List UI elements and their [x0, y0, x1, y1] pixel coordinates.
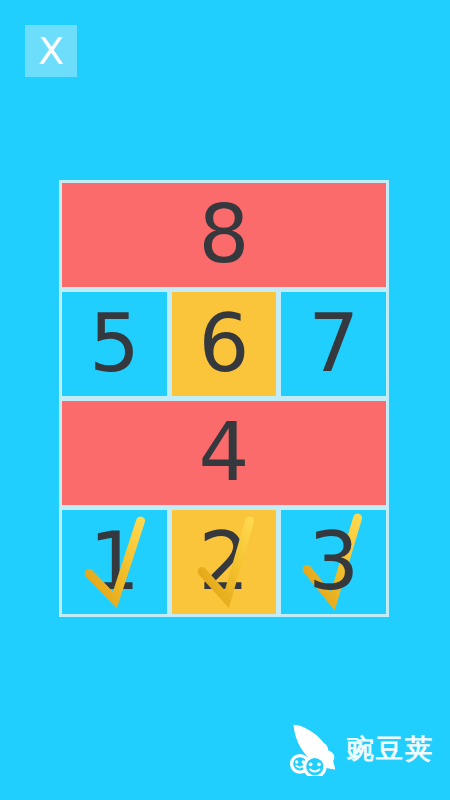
close-button[interactable]: X: [25, 25, 77, 77]
tile-number: 6: [199, 304, 250, 384]
tile-6[interactable]: 6: [172, 292, 277, 396]
tile-4[interactable]: 4: [62, 401, 386, 505]
pea-pod-icon: [286, 722, 338, 776]
tile-number: 7: [308, 304, 359, 384]
tile-5[interactable]: 5: [62, 292, 167, 396]
tile-7[interactable]: 7: [281, 292, 386, 396]
tile-number: 8: [199, 195, 250, 275]
watermark: 豌豆荚: [286, 722, 434, 776]
tile-1[interactable]: 1: [62, 510, 167, 614]
tile-8[interactable]: 8: [62, 183, 386, 287]
tile-number: 1: [89, 522, 140, 602]
tile-3[interactable]: 3: [281, 510, 386, 614]
tile-2[interactable]: 2: [172, 510, 277, 614]
tile-number: 5: [89, 304, 140, 384]
game-screen: X 8 5 6 7 4 1 2: [0, 0, 450, 800]
tile-number: 2: [199, 522, 250, 602]
puzzle-board: 8 5 6 7 4 1 2 3: [59, 180, 389, 617]
tile-number: 3: [308, 522, 359, 602]
tile-number: 4: [199, 413, 250, 493]
watermark-label: 豌豆荚: [347, 731, 434, 767]
